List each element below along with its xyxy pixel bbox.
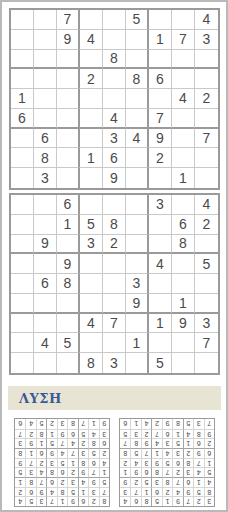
sudoku-cell: 8 — [34, 148, 57, 168]
sudoku-cell — [195, 109, 218, 129]
sudoku-cell — [126, 235, 149, 255]
solution-cell: 1 — [78, 487, 88, 497]
sudoku-cell: 6 — [103, 148, 126, 168]
sudoku-cell — [103, 195, 126, 215]
sudoku-cell: 1 — [172, 168, 195, 188]
solution-cell: 2 — [46, 419, 56, 429]
sudoku-cell — [126, 254, 149, 274]
solution-cell: 9 — [141, 438, 151, 448]
solution-cell: 3 — [57, 419, 67, 429]
sudoku-cell — [34, 50, 57, 70]
solution-cell: 7 — [99, 487, 109, 497]
solution-cell: 6 — [99, 438, 109, 448]
solution-cell: 2 — [204, 438, 214, 448]
sudoku-cell — [80, 129, 103, 149]
sudoku-cell — [103, 69, 126, 89]
solution-cell: 3 — [88, 487, 98, 497]
sudoku-cell — [34, 254, 57, 274]
solution-cell: 7 — [46, 496, 56, 506]
sudoku-cell: 8 — [80, 353, 103, 373]
sudoku-cell — [149, 168, 172, 188]
sudoku-cell: 8 — [57, 274, 80, 294]
sudoku-cell — [149, 235, 172, 255]
solution-cell: 5 — [204, 467, 214, 477]
sudoku-cell: 7 — [195, 333, 218, 353]
sudoku-cell: 9 — [126, 294, 149, 314]
sudoku-cell — [172, 69, 195, 89]
sudoku-cell — [11, 168, 34, 188]
solution-grid-puzzle-2: 8269173547315849625943267811792684354681… — [14, 418, 110, 507]
solution-cell: 9 — [130, 467, 140, 477]
sudoku-cell — [195, 69, 218, 89]
sudoku-cell — [172, 254, 195, 274]
sudoku-cell — [195, 294, 218, 314]
solutions-rotated-block: 3279158648594261734167835295432786911786… — [14, 418, 215, 507]
solution-cell: 3 — [46, 458, 56, 468]
solution-cell: 2 — [67, 467, 77, 477]
sudoku-cell — [195, 148, 218, 168]
sudoku-cell: 1 — [126, 333, 149, 353]
solution-cell: 9 — [99, 419, 109, 429]
solution-cell: 2 — [183, 448, 193, 458]
solution-cell: 1 — [193, 477, 203, 487]
sudoku-cell: 4 — [80, 314, 103, 334]
sudoku-cell: 2 — [80, 69, 103, 89]
sudoku-cell — [126, 30, 149, 50]
sudoku-cell — [126, 314, 149, 334]
solution-cell: 6 — [46, 477, 56, 487]
sudoku-cell: 2 — [195, 215, 218, 235]
solution-cell: 1 — [162, 496, 172, 506]
solution-cell: 7 — [36, 477, 46, 487]
solution-cell: 8 — [99, 496, 109, 506]
sudoku-cell — [103, 89, 126, 109]
solution-cell: 6 — [15, 419, 25, 429]
solution-cell: 4 — [88, 429, 98, 439]
sudoku-cell — [11, 314, 34, 334]
sudoku-cell — [126, 89, 149, 109]
solution-cell: 4 — [78, 477, 88, 487]
sudoku-cell — [103, 333, 126, 353]
sudoku-cell — [34, 294, 57, 314]
sudoku-cell — [195, 353, 218, 373]
solution-cell: 1 — [15, 477, 25, 487]
solution-cell: 1 — [130, 419, 140, 429]
solution-cell: 1 — [67, 458, 77, 468]
sudoku-cell: 4 — [34, 333, 57, 353]
sudoku-cell — [34, 10, 57, 30]
sudoku-cell: 1 — [149, 314, 172, 334]
solution-cell: 4 — [67, 438, 77, 448]
solution-cell: 4 — [99, 458, 109, 468]
sudoku-cell — [80, 168, 103, 188]
solution-cell: 2 — [162, 487, 172, 497]
solution-cell: 5 — [162, 458, 172, 468]
sudoku-cell — [80, 333, 103, 353]
solution-cell: 6 — [130, 496, 140, 506]
solution-cell: 7 — [78, 419, 88, 429]
sudoku-cell — [172, 129, 195, 149]
sudoku-cell — [11, 274, 34, 294]
solution-cell: 4 — [46, 487, 56, 497]
sudoku-cell — [149, 10, 172, 30]
sudoku-cell: 4 — [172, 89, 195, 109]
sudoku-cell: 9 — [34, 235, 57, 255]
solution-cell: 9 — [162, 419, 172, 429]
solution-cell: 2 — [193, 496, 203, 506]
sudoku-cell: 9 — [57, 254, 80, 274]
solution-cell: 2 — [57, 477, 67, 487]
solution-cell: 5 — [151, 496, 161, 506]
solution-cell: 4 — [141, 419, 151, 429]
solution-cell: 5 — [183, 419, 193, 429]
solution-cell: 6 — [172, 458, 182, 468]
sudoku-cell — [57, 168, 80, 188]
solution-cell: 6 — [57, 467, 67, 477]
solution-cell: 2 — [36, 458, 46, 468]
sudoku-cell: 3 — [103, 353, 126, 373]
solution-cell: 8 — [36, 429, 46, 439]
solution-cell: 4 — [25, 419, 35, 429]
solution-cell: 9 — [120, 477, 130, 487]
solution-cell: 1 — [57, 496, 67, 506]
sudoku-cell: 7 — [172, 30, 195, 50]
sudoku-cell: 6 — [34, 129, 57, 149]
solution-cell: 8 — [88, 438, 98, 448]
solution-cell: 2 — [172, 467, 182, 477]
sudoku-cell: 9 — [172, 314, 195, 334]
sudoku-cell: 9 — [103, 168, 126, 188]
solution-cell: 5 — [15, 467, 25, 477]
sudoku-cell — [80, 274, 103, 294]
solution-cell: 9 — [151, 458, 161, 468]
sudoku-cell — [34, 353, 57, 373]
sudoku-cell — [172, 50, 195, 70]
sudoku-cell — [149, 215, 172, 235]
solution-cell: 6 — [88, 458, 98, 468]
solution-cell: 7 — [193, 458, 203, 468]
solution-header-bar: ΛΥΣΗ — [8, 386, 221, 410]
sudoku-cell: 3 — [34, 168, 57, 188]
sudoku-cell — [34, 30, 57, 50]
solution-cell: 5 — [57, 458, 67, 468]
sudoku-cell — [11, 353, 34, 373]
sudoku-cell — [126, 109, 149, 129]
sudoku-cell: 1 — [57, 215, 80, 235]
solution-cell: 2 — [15, 487, 25, 497]
sudoku-cell: 3 — [126, 274, 149, 294]
sudoku-cell — [126, 215, 149, 235]
solution-cell: 3 — [204, 496, 214, 506]
solution-cell: 6 — [204, 448, 214, 458]
sudoku-cell — [11, 69, 34, 89]
sudoku-cell — [11, 30, 34, 50]
puzzle-page: 754941738286142647634978162391 634158629… — [0, 0, 228, 512]
sudoku-cell — [11, 333, 34, 353]
solution-cell: 3 — [15, 438, 25, 448]
solution-cell: 1 — [99, 467, 109, 477]
sudoku-cell — [126, 195, 149, 215]
sudoku-cell — [80, 195, 103, 215]
sudoku-cell: 1 — [11, 89, 34, 109]
solution-cell: 9 — [25, 438, 35, 448]
sudoku-cell: 4 — [80, 30, 103, 50]
solution-cell: 3 — [99, 429, 109, 439]
sudoku-cell: 4 — [103, 109, 126, 129]
sudoku-cell — [80, 89, 103, 109]
solution-cell: 3 — [78, 448, 88, 458]
solution-cell: 3 — [25, 467, 35, 477]
solution-cell: 8 — [162, 477, 172, 487]
sudoku-cell — [149, 274, 172, 294]
sudoku-cell — [103, 10, 126, 30]
solution-cell: 8 — [25, 477, 35, 487]
sudoku-cell — [126, 50, 149, 70]
sudoku-cell — [172, 353, 195, 373]
sudoku-cell — [11, 235, 34, 255]
solution-cell: 1 — [172, 429, 182, 439]
solution-cell: 3 — [183, 467, 193, 477]
solution-cell: 1 — [141, 487, 151, 497]
solution-cell: 6 — [67, 429, 77, 439]
sudoku-cell: 5 — [149, 353, 172, 373]
solution-cell: 9 — [78, 467, 88, 477]
solution-cell: 5 — [193, 487, 203, 497]
sudoku-puzzle-2: 63415862932894568391471934517835 — [9, 193, 220, 375]
sudoku-cell — [172, 109, 195, 129]
sudoku-cell — [195, 274, 218, 294]
sudoku-cell — [57, 294, 80, 314]
solution-cell: 3 — [151, 477, 161, 487]
solution-cell: 3 — [172, 448, 182, 458]
solution-cell: 1 — [46, 429, 56, 439]
solution-cell: 5 — [36, 419, 46, 429]
sudoku-cell: 6 — [149, 69, 172, 89]
sudoku-cell: 5 — [57, 333, 80, 353]
solution-cell: 5 — [141, 477, 151, 487]
solution-cell: 4 — [172, 487, 182, 497]
sudoku-cell: 6 — [11, 109, 34, 129]
sudoku-cell — [57, 148, 80, 168]
sudoku-cell: 8 — [103, 50, 126, 70]
solution-cell: 7 — [15, 429, 25, 439]
solution-cell: 8 — [46, 467, 56, 477]
solution-cell: 8 — [172, 419, 182, 429]
sudoku-cell — [172, 274, 195, 294]
sudoku-cell — [149, 89, 172, 109]
sudoku-cell — [103, 294, 126, 314]
solution-cell: 4 — [36, 467, 46, 477]
solution-cell: 5 — [130, 448, 140, 458]
sudoku-cell — [103, 30, 126, 50]
sudoku-cell — [57, 353, 80, 373]
sudoku-cell: 4 — [195, 10, 218, 30]
solution-cell: 2 — [99, 448, 109, 458]
sudoku-cell — [57, 235, 80, 255]
solution-cell: 8 — [120, 448, 130, 458]
solution-cell: 7 — [67, 448, 77, 458]
solution-cell: 1 — [36, 438, 46, 448]
solution-cell: 6 — [193, 438, 203, 448]
sudoku-cell: 7 — [57, 10, 80, 30]
sudoku-cell — [172, 10, 195, 30]
solution-cell: 4 — [57, 448, 67, 458]
solution-cell: 4 — [15, 496, 25, 506]
solution-cell: 6 — [162, 429, 172, 439]
solution-cell: 8 — [193, 429, 203, 439]
solution-cell: 6 — [151, 487, 161, 497]
solution-cell: 8 — [130, 438, 140, 448]
solution-cell: 2 — [151, 419, 161, 429]
solution-cell: 7 — [151, 429, 161, 439]
solution-cell: 9 — [67, 496, 77, 506]
sudoku-cell: 1 — [80, 148, 103, 168]
solution-cell: 5 — [67, 487, 77, 497]
solution-cell: 9 — [193, 448, 203, 458]
solution-cell: 9 — [204, 429, 214, 439]
sudoku-cell — [149, 50, 172, 70]
sudoku-cell: 4 — [149, 254, 172, 274]
sudoku-cell — [11, 294, 34, 314]
sudoku-cell — [172, 195, 195, 215]
solution-cell: 6 — [120, 419, 130, 429]
solution-cell: 9 — [88, 477, 98, 487]
solution-cell: 6 — [78, 496, 88, 506]
solution-cell: 5 — [25, 496, 35, 506]
solution-grid-puzzle-1: 3279158648594261734167835295432786911786… — [119, 418, 215, 507]
sudoku-cell — [11, 129, 34, 149]
sudoku-cell: 4 — [195, 195, 218, 215]
solution-cell: 2 — [141, 429, 151, 439]
solution-cell: 3 — [36, 496, 46, 506]
solution-cell: 1 — [183, 438, 193, 448]
solution-cell: 7 — [120, 438, 130, 448]
solution-cell: 8 — [67, 419, 77, 429]
sudoku-cell: 9 — [149, 129, 172, 149]
sudoku-cell: 8 — [172, 235, 195, 255]
solution-cell: 7 — [88, 467, 98, 477]
solution-cell: 9 — [15, 458, 25, 468]
solution-cell: 1 — [204, 458, 214, 468]
sudoku-cell — [80, 254, 103, 274]
solution-cell: 3 — [162, 438, 172, 448]
sudoku-cell — [34, 314, 57, 334]
sudoku-cell — [11, 215, 34, 235]
solution-cell: 8 — [57, 487, 67, 497]
sudoku-cell — [126, 353, 149, 373]
solution-cell: 9 — [46, 448, 56, 458]
sudoku-cell — [195, 50, 218, 70]
solution-cell: 1 — [151, 448, 161, 458]
solution-cell: 7 — [204, 419, 214, 429]
solution-cell: 1 — [25, 448, 35, 458]
sudoku-cell: 2 — [103, 235, 126, 255]
sudoku-puzzle-1: 754941738286142647634978162391 — [9, 8, 220, 190]
solution-cell: 3 — [193, 419, 203, 429]
sudoku-cell — [80, 294, 103, 314]
sudoku-cell — [11, 254, 34, 274]
sudoku-cell: 6 — [34, 274, 57, 294]
sudoku-cell — [34, 195, 57, 215]
sudoku-cell — [57, 109, 80, 129]
sudoku-cell: 7 — [103, 314, 126, 334]
solution-cell: 4 — [183, 429, 193, 439]
sudoku-cell: 6 — [57, 195, 80, 215]
solution-cell: 4 — [130, 458, 140, 468]
sudoku-cell: 4 — [126, 129, 149, 149]
sudoku-cell: 3 — [195, 30, 218, 50]
sudoku-cell — [80, 50, 103, 70]
solution-cell: 2 — [78, 438, 88, 448]
sudoku-cell — [57, 89, 80, 109]
solution-cell: 6 — [183, 477, 193, 487]
solution-cell: 8 — [78, 458, 88, 468]
solution-cell: 8 — [151, 467, 161, 477]
solution-cell: 3 — [130, 429, 140, 439]
solution-cell: 8 — [15, 448, 25, 458]
solution-cell: 4 — [162, 448, 172, 458]
sudoku-cell — [126, 148, 149, 168]
solution-cell: 5 — [88, 448, 98, 458]
sudoku-cell — [103, 274, 126, 294]
solution-cell: 6 — [36, 448, 46, 458]
solution-cell: 5 — [120, 429, 130, 439]
sudoku-cell — [103, 254, 126, 274]
solution-cell: 6 — [141, 467, 151, 477]
sudoku-cell: 7 — [195, 129, 218, 149]
solution-cell: 5 — [172, 438, 182, 448]
solution-cell: 7 — [183, 496, 193, 506]
sudoku-cell — [34, 109, 57, 129]
solution-cell: 8 — [204, 487, 214, 497]
sudoku-cell — [11, 10, 34, 30]
sudoku-cell — [195, 168, 218, 188]
solution-cell: 5 — [78, 429, 88, 439]
solution-cell: 4 — [204, 477, 214, 487]
sudoku-cell — [57, 69, 80, 89]
solution-cell: 2 — [120, 458, 130, 468]
sudoku-cell: 3 — [195, 314, 218, 334]
solution-cell: 4 — [151, 438, 161, 448]
sudoku-cell: 5 — [80, 215, 103, 235]
sudoku-cell — [34, 215, 57, 235]
solution-cell: 9 — [183, 487, 193, 497]
sudoku-cell — [172, 148, 195, 168]
sudoku-cell: 3 — [80, 235, 103, 255]
solution-title: ΛΥΣΗ — [8, 391, 62, 406]
solution-cell: 1 — [120, 467, 130, 477]
sudoku-cell — [57, 50, 80, 70]
sudoku-cell — [34, 89, 57, 109]
sudoku-cell — [34, 69, 57, 89]
sudoku-cell — [195, 235, 218, 255]
solution-cell: 2 — [88, 496, 98, 506]
sudoku-cell — [172, 333, 195, 353]
solution-cell: 7 — [25, 458, 35, 468]
sudoku-cell — [80, 109, 103, 129]
solution-cell: 7 — [57, 438, 67, 448]
sudoku-cell: 2 — [149, 148, 172, 168]
solution-cell: 9 — [36, 487, 46, 497]
solution-cell: 7 — [141, 448, 151, 458]
sudoku-cell: 5 — [126, 10, 149, 30]
solution-cell: 9 — [57, 429, 67, 439]
solution-cell: 8 — [141, 496, 151, 506]
sudoku-cell — [57, 314, 80, 334]
sudoku-cell — [80, 10, 103, 30]
solution-cell: 6 — [25, 487, 35, 497]
solution-cell: 8 — [183, 458, 193, 468]
